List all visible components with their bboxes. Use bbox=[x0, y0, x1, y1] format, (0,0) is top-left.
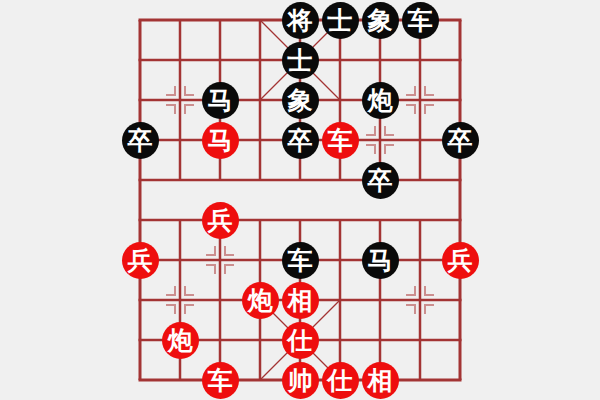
piece-red-chariot[interactable]: 车 bbox=[202, 362, 239, 399]
piece-black-soldier[interactable]: 卒 bbox=[282, 122, 319, 159]
piece-red-soldier[interactable]: 兵 bbox=[202, 202, 239, 239]
piece-black-advisor[interactable]: 士 bbox=[322, 2, 359, 39]
piece-red-elephant[interactable]: 相 bbox=[362, 362, 399, 399]
piece-red-cannon[interactable]: 炮 bbox=[162, 322, 199, 359]
piece-red-soldier[interactable]: 兵 bbox=[122, 242, 159, 279]
piece-black-cannon[interactable]: 炮 bbox=[362, 82, 399, 119]
piece-red-horse[interactable]: 马 bbox=[202, 122, 239, 159]
piece-black-elephant[interactable]: 象 bbox=[282, 82, 319, 119]
piece-black-elephant[interactable]: 象 bbox=[362, 2, 399, 39]
piece-black-horse[interactable]: 马 bbox=[362, 242, 399, 279]
piece-red-king[interactable]: 帅 bbox=[282, 362, 319, 399]
piece-black-soldier[interactable]: 卒 bbox=[122, 122, 159, 159]
piece-black-soldier[interactable]: 卒 bbox=[442, 122, 479, 159]
piece-red-advisor[interactable]: 仕 bbox=[282, 322, 319, 359]
piece-black-advisor[interactable]: 士 bbox=[282, 42, 319, 79]
piece-red-cannon[interactable]: 炮 bbox=[242, 282, 279, 319]
piece-red-elephant[interactable]: 相 bbox=[282, 282, 319, 319]
piece-red-advisor[interactable]: 仕 bbox=[322, 362, 359, 399]
piece-red-soldier[interactable]: 兵 bbox=[442, 242, 479, 279]
xiangqi-board[interactable]: 将士象车士马象炮卒马卒车卒卒兵兵车马兵炮相炮仕车帅仕相 bbox=[120, 0, 480, 400]
piece-red-chariot[interactable]: 车 bbox=[322, 122, 359, 159]
xiangqi-app-screen: 将士象车士马象炮卒马卒车卒卒兵兵车马兵炮相炮仕车帅仕相 bbox=[0, 0, 600, 400]
piece-black-soldier[interactable]: 卒 bbox=[362, 162, 399, 199]
piece-black-chariot[interactable]: 车 bbox=[402, 2, 439, 39]
piece-black-general[interactable]: 将 bbox=[282, 2, 319, 39]
piece-black-chariot[interactable]: 车 bbox=[282, 242, 319, 279]
piece-black-horse[interactable]: 马 bbox=[202, 82, 239, 119]
